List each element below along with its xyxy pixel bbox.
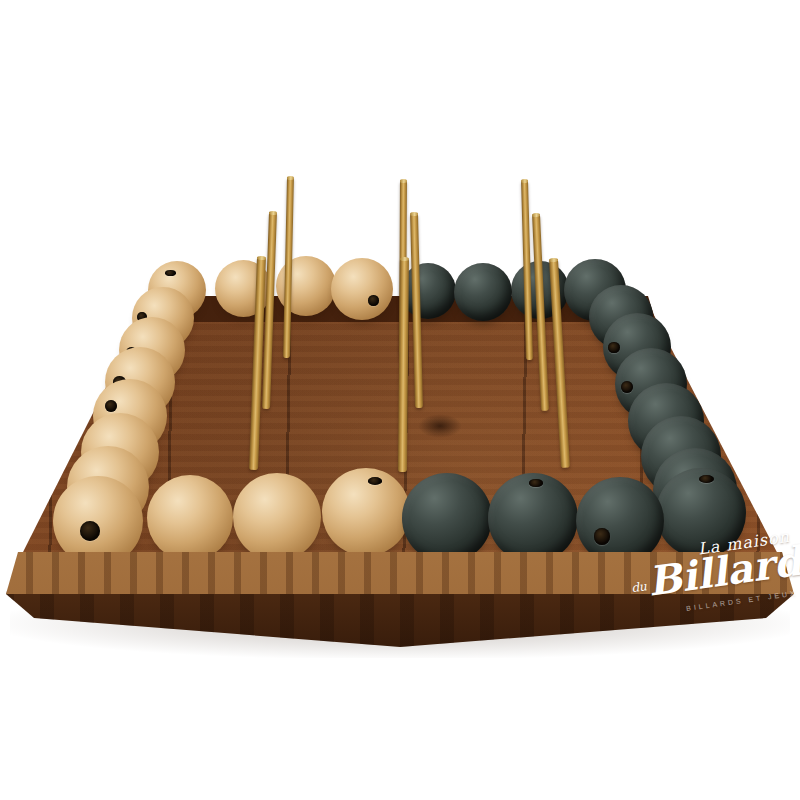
ball-natural-12	[147, 475, 233, 561]
ball-hole	[105, 400, 118, 413]
ball-natural-14	[322, 468, 410, 556]
ball-hole	[608, 342, 620, 354]
ball-hole	[621, 381, 633, 393]
ball-hole	[80, 521, 100, 541]
ball-black-12	[402, 473, 492, 563]
ball-natural-13	[233, 473, 321, 561]
ball-hole	[368, 477, 382, 485]
ball-natural-11	[331, 258, 393, 320]
pieces-layer	[0, 0, 800, 800]
ball-black-13	[488, 473, 578, 563]
ball-hole	[529, 479, 543, 486]
ball-hole	[165, 270, 175, 276]
peg-front-center	[397, 258, 408, 472]
watermark-du: du	[630, 579, 647, 595]
ball-black-2	[454, 263, 512, 321]
product-photo-3d-tictactoe: La maison duBillard BILLARDS ET JEUX	[0, 0, 800, 800]
ball-hole	[594, 528, 611, 545]
ball-hole	[368, 295, 379, 306]
ball-hole	[699, 475, 713, 483]
wood-knot	[418, 414, 462, 438]
